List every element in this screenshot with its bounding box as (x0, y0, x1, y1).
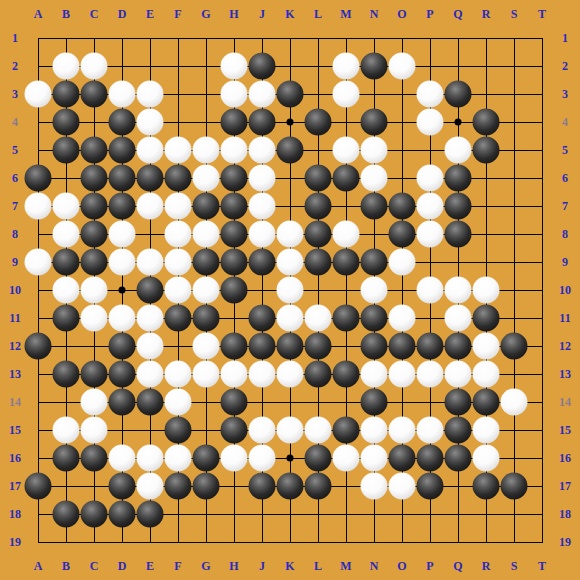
black-stone-M6[interactable] (333, 165, 360, 192)
black-stone-S17[interactable] (501, 473, 528, 500)
white-stone-K10[interactable] (277, 277, 304, 304)
col-label-bottom-J: J (259, 560, 265, 572)
black-stone-M9[interactable] (333, 249, 360, 276)
white-stone-G12[interactable] (193, 333, 220, 360)
white-stone-P15[interactable] (417, 417, 444, 444)
black-stone-D7[interactable] (109, 193, 136, 220)
black-stone-R4[interactable] (473, 109, 500, 136)
black-stone-C7[interactable] (81, 193, 108, 220)
white-stone-B10[interactable] (53, 277, 80, 304)
white-stone-P7[interactable] (417, 193, 444, 220)
black-stone-C8[interactable] (81, 221, 108, 248)
col-label-bottom-T: T (538, 560, 546, 572)
black-stone-N7[interactable] (361, 193, 388, 220)
black-stone-G9[interactable] (193, 249, 220, 276)
white-stone-P4[interactable] (417, 109, 444, 136)
black-stone-B9[interactable] (53, 249, 80, 276)
col-label-bottom-D: D (118, 560, 127, 572)
black-stone-E6[interactable] (137, 165, 164, 192)
col-label-bottom-B: B (62, 560, 70, 572)
white-stone-K13[interactable] (277, 361, 304, 388)
white-stone-J16[interactable] (249, 445, 276, 472)
white-stone-A3[interactable] (25, 81, 52, 108)
black-stone-H12[interactable] (221, 333, 248, 360)
col-label-bottom-G: G (201, 560, 210, 572)
white-stone-R13[interactable] (473, 361, 500, 388)
black-stone-J4[interactable] (249, 109, 276, 136)
row-label-right-13: 13 (559, 368, 571, 380)
row-label-left-12: 12 (9, 340, 21, 352)
col-label-bottom-Q: Q (453, 560, 462, 572)
black-stone-R11[interactable] (473, 305, 500, 332)
black-stone-O7[interactable] (389, 193, 416, 220)
black-stone-D5[interactable] (109, 137, 136, 164)
col-label-top-A: A (34, 8, 43, 20)
black-stone-F11[interactable] (165, 305, 192, 332)
black-stone-G11[interactable] (193, 305, 220, 332)
white-stone-B7[interactable] (53, 193, 80, 220)
black-stone-P12[interactable] (417, 333, 444, 360)
white-stone-H2[interactable] (221, 53, 248, 80)
grid-line-horizontal (38, 542, 543, 543)
black-stone-G7[interactable] (193, 193, 220, 220)
black-stone-B16[interactable] (53, 445, 80, 472)
white-stone-M16[interactable] (333, 445, 360, 472)
white-stone-O9[interactable] (389, 249, 416, 276)
grid-line-vertical (542, 38, 543, 543)
row-label-right-9: 9 (562, 256, 568, 268)
row-label-left-14: 14 (9, 396, 21, 408)
black-stone-B11[interactable] (53, 305, 80, 332)
row-label-left-5: 5 (12, 144, 18, 156)
white-stone-F13[interactable] (165, 361, 192, 388)
white-stone-P3[interactable] (417, 81, 444, 108)
white-stone-N10[interactable] (361, 277, 388, 304)
row-label-left-17: 17 (9, 480, 21, 492)
black-stone-E10[interactable] (137, 277, 164, 304)
row-label-right-17: 17 (559, 480, 571, 492)
col-label-top-F: F (174, 8, 181, 20)
white-stone-D16[interactable] (109, 445, 136, 472)
black-stone-L7[interactable] (305, 193, 332, 220)
row-label-right-18: 18 (559, 508, 571, 520)
white-stone-D9[interactable] (109, 249, 136, 276)
black-stone-J9[interactable] (249, 249, 276, 276)
white-stone-Q11[interactable] (445, 305, 472, 332)
black-stone-L8[interactable] (305, 221, 332, 248)
white-stone-M5[interactable] (333, 137, 360, 164)
black-stone-B3[interactable] (53, 81, 80, 108)
white-stone-J7[interactable] (249, 193, 276, 220)
col-label-bottom-P: P (426, 560, 433, 572)
white-stone-K9[interactable] (277, 249, 304, 276)
row-label-left-4: 4 (12, 116, 18, 128)
col-label-top-S: S (511, 8, 518, 20)
black-stone-H7[interactable] (221, 193, 248, 220)
black-stone-F17[interactable] (165, 473, 192, 500)
white-stone-J13[interactable] (249, 361, 276, 388)
black-stone-L4[interactable] (305, 109, 332, 136)
black-stone-D18[interactable] (109, 501, 136, 528)
black-stone-N14[interactable] (361, 389, 388, 416)
white-stone-D3[interactable] (109, 81, 136, 108)
black-stone-B5[interactable] (53, 137, 80, 164)
white-stone-E16[interactable] (137, 445, 164, 472)
black-stone-D4[interactable] (109, 109, 136, 136)
white-stone-F5[interactable] (165, 137, 192, 164)
black-stone-A17[interactable] (25, 473, 52, 500)
white-stone-M8[interactable] (333, 221, 360, 248)
col-label-top-R: R (482, 8, 491, 20)
white-stone-E11[interactable] (137, 305, 164, 332)
black-stone-H4[interactable] (221, 109, 248, 136)
black-stone-Q8[interactable] (445, 221, 472, 248)
white-stone-E7[interactable] (137, 193, 164, 220)
black-stone-H6[interactable] (221, 165, 248, 192)
white-stone-J5[interactable] (249, 137, 276, 164)
col-label-top-B: B (62, 8, 70, 20)
col-label-top-C: C (90, 8, 99, 20)
white-stone-H3[interactable] (221, 81, 248, 108)
black-stone-H9[interactable] (221, 249, 248, 276)
row-label-left-19: 19 (9, 536, 21, 548)
col-label-top-G: G (201, 8, 210, 20)
row-label-right-10: 10 (559, 284, 571, 296)
black-stone-D17[interactable] (109, 473, 136, 500)
white-stone-A7[interactable] (25, 193, 52, 220)
black-stone-L13[interactable] (305, 361, 332, 388)
black-stone-C16[interactable] (81, 445, 108, 472)
black-stone-R17[interactable] (473, 473, 500, 500)
col-label-top-J: J (259, 8, 265, 20)
row-label-right-14: 14 (559, 396, 571, 408)
row-label-right-16: 16 (559, 452, 571, 464)
black-stone-Q15[interactable] (445, 417, 472, 444)
white-stone-N13[interactable] (361, 361, 388, 388)
white-stone-C11[interactable] (81, 305, 108, 332)
white-stone-C2[interactable] (81, 53, 108, 80)
white-stone-L11[interactable] (305, 305, 332, 332)
black-stone-M11[interactable] (333, 305, 360, 332)
black-stone-H10[interactable] (221, 277, 248, 304)
white-stone-K11[interactable] (277, 305, 304, 332)
black-stone-S12[interactable] (501, 333, 528, 360)
row-label-right-2: 2 (562, 60, 568, 72)
black-stone-N11[interactable] (361, 305, 388, 332)
black-stone-C3[interactable] (81, 81, 108, 108)
white-stone-N16[interactable] (361, 445, 388, 472)
white-stone-M3[interactable] (333, 81, 360, 108)
white-stone-O11[interactable] (389, 305, 416, 332)
black-stone-R5[interactable] (473, 137, 500, 164)
black-stone-G16[interactable] (193, 445, 220, 472)
white-stone-F14[interactable] (165, 389, 192, 416)
row-label-left-6: 6 (12, 172, 18, 184)
black-stone-C5[interactable] (81, 137, 108, 164)
white-stone-O2[interactable] (389, 53, 416, 80)
row-label-left-9: 9 (12, 256, 18, 268)
white-stone-L15[interactable] (305, 417, 332, 444)
white-stone-N17[interactable] (361, 473, 388, 500)
black-stone-E18[interactable] (137, 501, 164, 528)
black-stone-H14[interactable] (221, 389, 248, 416)
star-point-Q4 (455, 119, 462, 126)
white-stone-R12[interactable] (473, 333, 500, 360)
white-stone-G8[interactable] (193, 221, 220, 248)
white-stone-J6[interactable] (249, 165, 276, 192)
black-stone-D14[interactable] (109, 389, 136, 416)
row-label-left-3: 3 (12, 88, 18, 100)
black-stone-D12[interactable] (109, 333, 136, 360)
col-label-top-L: L (314, 8, 322, 20)
white-stone-R15[interactable] (473, 417, 500, 444)
white-stone-E4[interactable] (137, 109, 164, 136)
white-stone-H16[interactable] (221, 445, 248, 472)
white-stone-F10[interactable] (165, 277, 192, 304)
white-stone-O13[interactable] (389, 361, 416, 388)
col-label-bottom-C: C (90, 560, 99, 572)
black-stone-P17[interactable] (417, 473, 444, 500)
white-stone-A9[interactable] (25, 249, 52, 276)
white-stone-N5[interactable] (361, 137, 388, 164)
black-stone-R14[interactable] (473, 389, 500, 416)
star-point-K16 (287, 455, 294, 462)
row-label-left-18: 18 (9, 508, 21, 520)
black-stone-B4[interactable] (53, 109, 80, 136)
row-label-left-16: 16 (9, 452, 21, 464)
row-label-left-1: 1 (12, 32, 18, 44)
black-stone-O16[interactable] (389, 445, 416, 472)
black-stone-G17[interactable] (193, 473, 220, 500)
white-stone-Q5[interactable] (445, 137, 472, 164)
row-label-right-12: 12 (559, 340, 571, 352)
white-stone-Q10[interactable] (445, 277, 472, 304)
row-label-right-19: 19 (559, 536, 571, 548)
black-stone-C6[interactable] (81, 165, 108, 192)
black-stone-O12[interactable] (389, 333, 416, 360)
col-label-bottom-L: L (314, 560, 322, 572)
white-stone-M2[interactable] (333, 53, 360, 80)
white-stone-H5[interactable] (221, 137, 248, 164)
row-label-right-8: 8 (562, 228, 568, 240)
row-label-left-15: 15 (9, 424, 21, 436)
white-stone-E9[interactable] (137, 249, 164, 276)
col-label-top-M: M (340, 8, 351, 20)
black-stone-M15[interactable] (333, 417, 360, 444)
black-stone-P16[interactable] (417, 445, 444, 472)
row-label-right-4: 4 (562, 116, 568, 128)
white-stone-F16[interactable] (165, 445, 192, 472)
row-label-right-1: 1 (562, 32, 568, 44)
white-stone-P6[interactable] (417, 165, 444, 192)
white-stone-G13[interactable] (193, 361, 220, 388)
row-label-left-10: 10 (9, 284, 21, 296)
black-stone-C18[interactable] (81, 501, 108, 528)
white-stone-B2[interactable] (53, 53, 80, 80)
black-stone-K12[interactable] (277, 333, 304, 360)
white-stone-J8[interactable] (249, 221, 276, 248)
white-stone-C10[interactable] (81, 277, 108, 304)
black-stone-Q12[interactable] (445, 333, 472, 360)
black-stone-E14[interactable] (137, 389, 164, 416)
white-stone-K8[interactable] (277, 221, 304, 248)
black-stone-Q14[interactable] (445, 389, 472, 416)
white-stone-N15[interactable] (361, 417, 388, 444)
black-stone-L17[interactable] (305, 473, 332, 500)
black-stone-L9[interactable] (305, 249, 332, 276)
white-stone-G10[interactable] (193, 277, 220, 304)
black-stone-K17[interactable] (277, 473, 304, 500)
row-label-left-2: 2 (12, 60, 18, 72)
col-label-top-P: P (426, 8, 433, 20)
white-stone-C15[interactable] (81, 417, 108, 444)
col-label-bottom-O: O (397, 560, 406, 572)
black-stone-L16[interactable] (305, 445, 332, 472)
col-label-top-D: D (118, 8, 127, 20)
col-label-bottom-F: F (174, 560, 181, 572)
white-stone-H13[interactable] (221, 361, 248, 388)
col-label-top-H: H (229, 8, 238, 20)
row-label-right-7: 7 (562, 200, 568, 212)
black-stone-H15[interactable] (221, 417, 248, 444)
black-stone-D13[interactable] (109, 361, 136, 388)
col-label-top-N: N (370, 8, 379, 20)
col-label-bottom-M: M (340, 560, 351, 572)
black-stone-C13[interactable] (81, 361, 108, 388)
black-stone-N2[interactable] (361, 53, 388, 80)
white-stone-G5[interactable] (193, 137, 220, 164)
black-stone-J11[interactable] (249, 305, 276, 332)
col-label-bottom-S: S (511, 560, 518, 572)
white-stone-J3[interactable] (249, 81, 276, 108)
row-label-right-3: 3 (562, 88, 568, 100)
black-stone-N12[interactable] (361, 333, 388, 360)
black-stone-H8[interactable] (221, 221, 248, 248)
white-stone-B15[interactable] (53, 417, 80, 444)
black-stone-K3[interactable] (277, 81, 304, 108)
black-stone-D6[interactable] (109, 165, 136, 192)
black-stone-O8[interactable] (389, 221, 416, 248)
row-label-right-15: 15 (559, 424, 571, 436)
white-stone-Q13[interactable] (445, 361, 472, 388)
white-stone-O17[interactable] (389, 473, 416, 500)
black-stone-B18[interactable] (53, 501, 80, 528)
white-stone-E3[interactable] (137, 81, 164, 108)
col-label-bottom-A: A (34, 560, 43, 572)
col-label-top-K: K (285, 8, 294, 20)
black-stone-L6[interactable] (305, 165, 332, 192)
row-label-left-8: 8 (12, 228, 18, 240)
black-stone-A12[interactable] (25, 333, 52, 360)
black-stone-M13[interactable] (333, 361, 360, 388)
black-stone-C9[interactable] (81, 249, 108, 276)
go-board: AABBCCDDEEFFGGHHJJKKLLMMNNOOPPQQRRSSTT11… (0, 0, 580, 580)
col-label-top-E: E (146, 8, 154, 20)
black-stone-J12[interactable] (249, 333, 276, 360)
black-stone-Q3[interactable] (445, 81, 472, 108)
black-stone-L12[interactable] (305, 333, 332, 360)
row-label-left-7: 7 (12, 200, 18, 212)
white-stone-F8[interactable] (165, 221, 192, 248)
col-label-top-T: T (538, 8, 546, 20)
white-stone-E12[interactable] (137, 333, 164, 360)
white-stone-P8[interactable] (417, 221, 444, 248)
white-stone-F9[interactable] (165, 249, 192, 276)
white-stone-R10[interactable] (473, 277, 500, 304)
black-stone-N4[interactable] (361, 109, 388, 136)
row-label-left-13: 13 (9, 368, 21, 380)
black-stone-K5[interactable] (277, 137, 304, 164)
white-stone-E17[interactable] (137, 473, 164, 500)
black-stone-J2[interactable] (249, 53, 276, 80)
col-label-bottom-N: N (370, 560, 379, 572)
black-stone-B13[interactable] (53, 361, 80, 388)
black-stone-J17[interactable] (249, 473, 276, 500)
row-label-right-11: 11 (559, 312, 570, 324)
black-stone-F6[interactable] (165, 165, 192, 192)
row-label-left-11: 11 (9, 312, 20, 324)
white-stone-E13[interactable] (137, 361, 164, 388)
white-stone-F7[interactable] (165, 193, 192, 220)
black-stone-A6[interactable] (25, 165, 52, 192)
white-stone-D8[interactable] (109, 221, 136, 248)
col-label-bottom-K: K (285, 560, 294, 572)
row-label-right-6: 6 (562, 172, 568, 184)
white-stone-B8[interactable] (53, 221, 80, 248)
black-stone-F15[interactable] (165, 417, 192, 444)
white-stone-G6[interactable] (193, 165, 220, 192)
white-stone-P10[interactable] (417, 277, 444, 304)
white-stone-E5[interactable] (137, 137, 164, 164)
col-label-top-Q: Q (453, 8, 462, 20)
white-stone-D11[interactable] (109, 305, 136, 332)
white-stone-J15[interactable] (249, 417, 276, 444)
black-stone-Q7[interactable] (445, 193, 472, 220)
col-label-bottom-H: H (229, 560, 238, 572)
black-stone-Q16[interactable] (445, 445, 472, 472)
black-stone-N9[interactable] (361, 249, 388, 276)
col-label-bottom-E: E (146, 560, 154, 572)
grid-line-vertical (514, 38, 515, 543)
white-stone-O15[interactable] (389, 417, 416, 444)
white-stone-N6[interactable] (361, 165, 388, 192)
row-label-right-5: 5 (562, 144, 568, 156)
col-label-top-O: O (397, 8, 406, 20)
star-point-D10 (119, 287, 126, 294)
black-stone-Q6[interactable] (445, 165, 472, 192)
white-stone-S14[interactable] (501, 389, 528, 416)
white-stone-R16[interactable] (473, 445, 500, 472)
col-label-bottom-R: R (482, 560, 491, 572)
star-point-K4 (287, 119, 294, 126)
white-stone-K15[interactable] (277, 417, 304, 444)
white-stone-P13[interactable] (417, 361, 444, 388)
white-stone-C14[interactable] (81, 389, 108, 416)
